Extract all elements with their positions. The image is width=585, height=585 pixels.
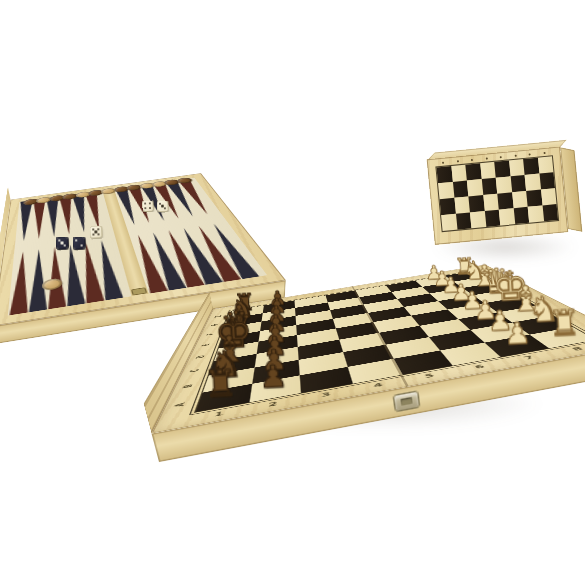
main-chessboard: ABCDEFGH12345678♜♜♞♞♝♝♛♛♚♚♝♝♞♞♜♜♟♟♟♟♟♟♟♟… bbox=[192, 142, 552, 502]
light-pawn: ♟ bbox=[487, 318, 548, 351]
point bbox=[63, 243, 86, 306]
clasp-latch-icon bbox=[394, 392, 419, 411]
hinge-icon bbox=[132, 288, 146, 295]
die-pip bbox=[60, 242, 63, 245]
die-pip bbox=[80, 244, 83, 247]
point bbox=[46, 196, 61, 237]
die-navy bbox=[56, 237, 68, 249]
point bbox=[9, 250, 31, 315]
point bbox=[84, 191, 106, 231]
die-pip bbox=[92, 234, 95, 237]
dark-rook: ♜ bbox=[189, 363, 253, 403]
die-ivory bbox=[91, 226, 103, 238]
die-pip bbox=[63, 245, 66, 248]
point bbox=[131, 234, 169, 294]
point bbox=[94, 239, 124, 301]
point bbox=[16, 200, 33, 242]
chessboard-surface: ABCDEFGH12345678♜♜♞♞♝♝♛♛♚♚♝♝♞♞♜♜♟♟♟♟♟♟♟♟… bbox=[151, 265, 585, 434]
point bbox=[32, 198, 47, 240]
die-pip bbox=[98, 233, 101, 236]
die-pip bbox=[57, 239, 60, 242]
point bbox=[146, 231, 187, 290]
die-pip bbox=[98, 228, 101, 231]
hinge-icon bbox=[104, 190, 113, 193]
die-navy bbox=[73, 237, 85, 249]
point bbox=[78, 241, 105, 303]
point bbox=[47, 246, 67, 310]
point bbox=[59, 195, 77, 236]
die-pip bbox=[75, 239, 78, 242]
product-photo: ABCDEFGH12345678♜♜♞♞♝♝♛♛♚♚♝♝♞♞♜♜♟♟♟♟♟♟♟♟… bbox=[0, 0, 585, 585]
